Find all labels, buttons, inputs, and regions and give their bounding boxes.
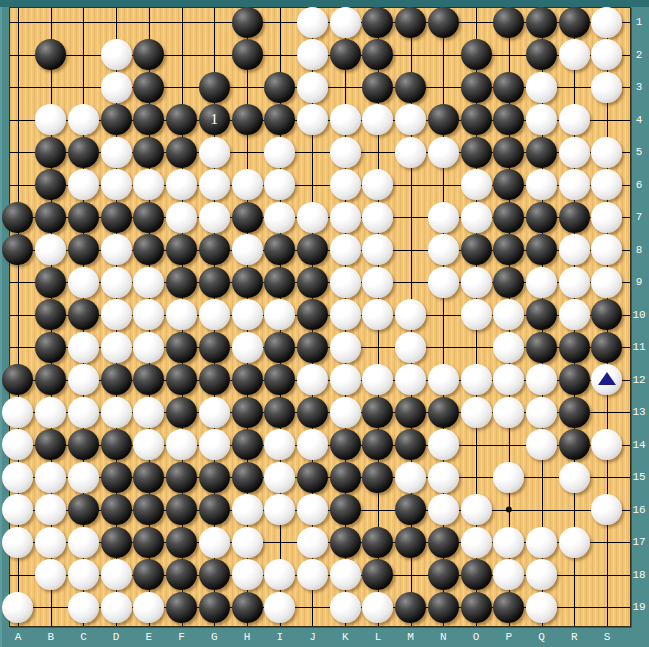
intersection-C2[interactable] bbox=[67, 38, 100, 71]
white-stone-P11[interactable] bbox=[493, 332, 524, 363]
black-stone-A12[interactable] bbox=[2, 364, 33, 395]
intersection-I17[interactable] bbox=[263, 526, 296, 559]
white-stone-D18[interactable] bbox=[101, 559, 132, 590]
black-stone-E5[interactable] bbox=[133, 137, 164, 168]
white-stone-K5[interactable] bbox=[330, 137, 361, 168]
intersection-F11[interactable] bbox=[165, 331, 198, 364]
intersection-P4[interactable] bbox=[492, 103, 525, 136]
white-stone-L7[interactable] bbox=[362, 202, 393, 233]
intersection-C16[interactable] bbox=[67, 493, 100, 526]
white-stone-N9[interactable] bbox=[428, 267, 459, 298]
intersection-H13[interactable] bbox=[231, 396, 264, 429]
intersection-M12[interactable] bbox=[394, 363, 427, 396]
intersection-O2[interactable] bbox=[460, 38, 493, 71]
intersection-Q4[interactable] bbox=[525, 103, 558, 136]
intersection-G14[interactable] bbox=[198, 428, 231, 461]
intersection-H8[interactable] bbox=[231, 233, 264, 266]
intersection-P18[interactable] bbox=[492, 558, 525, 591]
intersection-N9[interactable] bbox=[427, 266, 460, 299]
white-stone-B15[interactable] bbox=[35, 462, 66, 493]
intersection-N6[interactable] bbox=[427, 168, 460, 201]
intersection-D19[interactable] bbox=[100, 591, 133, 624]
intersection-O1[interactable] bbox=[460, 6, 493, 39]
intersection-C5[interactable] bbox=[67, 136, 100, 169]
intersection-L17[interactable] bbox=[362, 526, 395, 559]
intersection-M15[interactable] bbox=[394, 461, 427, 494]
intersection-L10[interactable] bbox=[362, 298, 395, 331]
intersection-I16[interactable] bbox=[263, 493, 296, 526]
white-stone-Q19[interactable] bbox=[526, 592, 557, 623]
intersection-I10[interactable] bbox=[263, 298, 296, 331]
white-stone-O13[interactable] bbox=[461, 397, 492, 428]
intersection-I18[interactable] bbox=[263, 558, 296, 591]
black-stone-G15[interactable] bbox=[199, 462, 230, 493]
white-stone-M4[interactable] bbox=[395, 104, 426, 135]
intersection-E15[interactable] bbox=[132, 461, 165, 494]
intersection-D9[interactable] bbox=[100, 266, 133, 299]
black-stone-D4[interactable] bbox=[101, 104, 132, 135]
intersection-M14[interactable] bbox=[394, 428, 427, 461]
intersection-I9[interactable] bbox=[263, 266, 296, 299]
intersection-C10[interactable] bbox=[67, 298, 100, 331]
black-stone-F19[interactable] bbox=[166, 592, 197, 623]
black-stone-K2[interactable] bbox=[330, 39, 361, 70]
intersection-F9[interactable] bbox=[165, 266, 198, 299]
black-stone-P6[interactable] bbox=[493, 169, 524, 200]
intersection-R10[interactable] bbox=[558, 298, 591, 331]
white-stone-L4[interactable] bbox=[362, 104, 393, 135]
black-stone-P19[interactable] bbox=[493, 592, 524, 623]
intersection-F15[interactable] bbox=[165, 461, 198, 494]
white-stone-S14[interactable] bbox=[591, 429, 622, 460]
white-stone-Q17[interactable] bbox=[526, 527, 557, 558]
white-stone-N5[interactable] bbox=[428, 137, 459, 168]
black-stone-P3[interactable] bbox=[493, 72, 524, 103]
intersection-D5[interactable] bbox=[100, 136, 133, 169]
white-stone-N12[interactable] bbox=[428, 364, 459, 395]
white-stone-D5[interactable] bbox=[101, 137, 132, 168]
black-stone-Q11[interactable] bbox=[526, 332, 557, 363]
intersection-N13[interactable] bbox=[427, 396, 460, 429]
intersection-O9[interactable] bbox=[460, 266, 493, 299]
white-stone-R10[interactable] bbox=[559, 299, 590, 330]
intersection-L11[interactable] bbox=[362, 331, 395, 364]
intersection-Q10[interactable] bbox=[525, 298, 558, 331]
intersection-C8[interactable] bbox=[67, 233, 100, 266]
intersection-E11[interactable] bbox=[132, 331, 165, 364]
white-stone-E11[interactable] bbox=[133, 332, 164, 363]
intersection-E16[interactable] bbox=[132, 493, 165, 526]
intersection-F18[interactable] bbox=[165, 558, 198, 591]
intersection-D11[interactable] bbox=[100, 331, 133, 364]
black-stone-Q7[interactable] bbox=[526, 202, 557, 233]
black-stone-B14[interactable] bbox=[35, 429, 66, 460]
intersection-E19[interactable] bbox=[132, 591, 165, 624]
intersection-H17[interactable] bbox=[231, 526, 264, 559]
intersection-D10[interactable] bbox=[100, 298, 133, 331]
black-stone-M14[interactable] bbox=[395, 429, 426, 460]
white-stone-H18[interactable] bbox=[232, 559, 263, 590]
black-stone-F8[interactable] bbox=[166, 234, 197, 265]
intersection-N15[interactable] bbox=[427, 461, 460, 494]
intersection-H14[interactable] bbox=[231, 428, 264, 461]
intersection-K2[interactable] bbox=[329, 38, 362, 71]
intersection-A14[interactable] bbox=[2, 428, 35, 461]
white-stone-C4[interactable] bbox=[68, 104, 99, 135]
black-stone-Q10[interactable] bbox=[526, 299, 557, 330]
white-stone-R6[interactable] bbox=[559, 169, 590, 200]
black-stone-M16[interactable] bbox=[395, 494, 426, 525]
white-stone-J7[interactable] bbox=[297, 202, 328, 233]
intersection-K15[interactable] bbox=[329, 461, 362, 494]
black-stone-B5[interactable] bbox=[35, 137, 66, 168]
white-stone-S16[interactable] bbox=[591, 494, 622, 525]
intersection-B19[interactable] bbox=[34, 591, 67, 624]
black-stone-D7[interactable] bbox=[101, 202, 132, 233]
intersection-M6[interactable] bbox=[394, 168, 427, 201]
intersection-Q17[interactable] bbox=[525, 526, 558, 559]
intersection-K7[interactable] bbox=[329, 201, 362, 234]
white-stone-C13[interactable] bbox=[68, 397, 99, 428]
intersection-J14[interactable] bbox=[296, 428, 329, 461]
black-stone-K17[interactable] bbox=[330, 527, 361, 558]
white-stone-O10[interactable] bbox=[461, 299, 492, 330]
black-stone-L3[interactable] bbox=[362, 72, 393, 103]
white-stone-I14[interactable] bbox=[264, 429, 295, 460]
black-stone-R1[interactable] bbox=[559, 7, 590, 38]
intersection-E7[interactable] bbox=[132, 201, 165, 234]
intersection-C13[interactable] bbox=[67, 396, 100, 429]
black-stone-F9[interactable] bbox=[166, 267, 197, 298]
black-stone-R7[interactable] bbox=[559, 202, 590, 233]
black-stone-K16[interactable] bbox=[330, 494, 361, 525]
intersection-I8[interactable] bbox=[263, 233, 296, 266]
intersection-K12[interactable] bbox=[329, 363, 362, 396]
white-stone-H10[interactable] bbox=[232, 299, 263, 330]
white-stone-C19[interactable] bbox=[68, 592, 99, 623]
black-stone-O2[interactable] bbox=[461, 39, 492, 70]
intersection-O14[interactable] bbox=[460, 428, 493, 461]
intersection-M18[interactable] bbox=[394, 558, 427, 591]
white-stone-D10[interactable] bbox=[101, 299, 132, 330]
intersection-K6[interactable] bbox=[329, 168, 362, 201]
intersection-R8[interactable] bbox=[558, 233, 591, 266]
black-stone-I4[interactable] bbox=[264, 104, 295, 135]
black-stone-G18[interactable] bbox=[199, 559, 230, 590]
intersection-S19[interactable] bbox=[591, 591, 624, 624]
black-stone-M3[interactable] bbox=[395, 72, 426, 103]
intersection-O3[interactable] bbox=[460, 71, 493, 104]
intersection-L4[interactable] bbox=[362, 103, 395, 136]
intersection-I1[interactable] bbox=[263, 6, 296, 39]
white-stone-I10[interactable] bbox=[264, 299, 295, 330]
black-stone-B10[interactable] bbox=[35, 299, 66, 330]
intersection-K8[interactable] bbox=[329, 233, 362, 266]
black-stone-I9[interactable] bbox=[264, 267, 295, 298]
intersection-L14[interactable] bbox=[362, 428, 395, 461]
intersection-C4[interactable] bbox=[67, 103, 100, 136]
white-stone-S8[interactable] bbox=[591, 234, 622, 265]
white-stone-S2[interactable] bbox=[591, 39, 622, 70]
intersection-A6[interactable] bbox=[2, 168, 35, 201]
intersection-Q19[interactable] bbox=[525, 591, 558, 624]
intersection-N11[interactable] bbox=[427, 331, 460, 364]
intersection-A8[interactable] bbox=[2, 233, 35, 266]
white-stone-P12[interactable] bbox=[493, 364, 524, 395]
white-stone-O6[interactable] bbox=[461, 169, 492, 200]
intersection-A7[interactable] bbox=[2, 201, 35, 234]
white-stone-R8[interactable] bbox=[559, 234, 590, 265]
intersection-H4[interactable] bbox=[231, 103, 264, 136]
intersection-P13[interactable] bbox=[492, 396, 525, 429]
white-stone-S7[interactable] bbox=[591, 202, 622, 233]
white-stone-I19[interactable] bbox=[264, 592, 295, 623]
white-stone-S1[interactable] bbox=[591, 7, 622, 38]
black-stone-E8[interactable] bbox=[133, 234, 164, 265]
white-stone-N14[interactable] bbox=[428, 429, 459, 460]
white-stone-M15[interactable] bbox=[395, 462, 426, 493]
intersection-J16[interactable] bbox=[296, 493, 329, 526]
intersection-K1[interactable] bbox=[329, 6, 362, 39]
intersection-E6[interactable] bbox=[132, 168, 165, 201]
intersection-B12[interactable] bbox=[34, 363, 67, 396]
intersection-E10[interactable] bbox=[132, 298, 165, 331]
white-stone-O12[interactable] bbox=[461, 364, 492, 395]
white-stone-F7[interactable] bbox=[166, 202, 197, 233]
black-stone-N17[interactable] bbox=[428, 527, 459, 558]
black-stone-E12[interactable] bbox=[133, 364, 164, 395]
black-stone-N19[interactable] bbox=[428, 592, 459, 623]
black-stone-A7[interactable] bbox=[2, 202, 33, 233]
intersection-H16[interactable] bbox=[231, 493, 264, 526]
intersection-I4[interactable] bbox=[263, 103, 296, 136]
white-stone-R5[interactable] bbox=[559, 137, 590, 168]
intersection-L12[interactable] bbox=[362, 363, 395, 396]
black-stone-M13[interactable] bbox=[395, 397, 426, 428]
intersection-C6[interactable] bbox=[67, 168, 100, 201]
intersection-M3[interactable] bbox=[394, 71, 427, 104]
white-stone-Q9[interactable] bbox=[526, 267, 557, 298]
intersection-G17[interactable] bbox=[198, 526, 231, 559]
intersection-C3[interactable] bbox=[67, 71, 100, 104]
white-stone-I6[interactable] bbox=[264, 169, 295, 200]
intersection-K17[interactable] bbox=[329, 526, 362, 559]
white-stone-R9[interactable] bbox=[559, 267, 590, 298]
intersection-L19[interactable] bbox=[362, 591, 395, 624]
intersection-K14[interactable] bbox=[329, 428, 362, 461]
intersection-N7[interactable] bbox=[427, 201, 460, 234]
black-stone-Q1[interactable] bbox=[526, 7, 557, 38]
black-stone-E18[interactable] bbox=[133, 559, 164, 590]
white-stone-B4[interactable] bbox=[35, 104, 66, 135]
intersection-A11[interactable] bbox=[2, 331, 35, 364]
black-stone-M19[interactable] bbox=[395, 592, 426, 623]
intersection-P16[interactable] bbox=[492, 493, 525, 526]
black-stone-E16[interactable] bbox=[133, 494, 164, 525]
black-stone-J10[interactable] bbox=[297, 299, 328, 330]
intersection-P12[interactable] bbox=[492, 363, 525, 396]
intersection-D17[interactable] bbox=[100, 526, 133, 559]
intersection-P3[interactable] bbox=[492, 71, 525, 104]
black-stone-N4[interactable] bbox=[428, 104, 459, 135]
intersection-A9[interactable] bbox=[2, 266, 35, 299]
intersection-O8[interactable] bbox=[460, 233, 493, 266]
intersection-I6[interactable] bbox=[263, 168, 296, 201]
intersection-G13[interactable] bbox=[198, 396, 231, 429]
white-stone-J17[interactable] bbox=[297, 527, 328, 558]
white-stone-S5[interactable] bbox=[591, 137, 622, 168]
white-stone-B13[interactable] bbox=[35, 397, 66, 428]
black-stone-H14[interactable] bbox=[232, 429, 263, 460]
black-stone-H1[interactable] bbox=[232, 7, 263, 38]
white-stone-A15[interactable] bbox=[2, 462, 33, 493]
black-stone-C16[interactable] bbox=[68, 494, 99, 525]
black-stone-A8[interactable] bbox=[2, 234, 33, 265]
intersection-G19[interactable] bbox=[198, 591, 231, 624]
black-stone-G19[interactable] bbox=[199, 592, 230, 623]
intersection-I12[interactable] bbox=[263, 363, 296, 396]
intersection-R11[interactable] bbox=[558, 331, 591, 364]
white-stone-M11[interactable] bbox=[395, 332, 426, 363]
intersection-L18[interactable] bbox=[362, 558, 395, 591]
black-stone-L14[interactable] bbox=[362, 429, 393, 460]
black-stone-O4[interactable] bbox=[461, 104, 492, 135]
intersection-Q14[interactable] bbox=[525, 428, 558, 461]
intersection-R17[interactable] bbox=[558, 526, 591, 559]
intersection-P14[interactable] bbox=[492, 428, 525, 461]
intersection-B11[interactable] bbox=[34, 331, 67, 364]
intersection-J9[interactable] bbox=[296, 266, 329, 299]
black-stone-F12[interactable] bbox=[166, 364, 197, 395]
intersection-Q8[interactable] bbox=[525, 233, 558, 266]
white-stone-L9[interactable] bbox=[362, 267, 393, 298]
white-stone-B8[interactable] bbox=[35, 234, 66, 265]
intersection-P6[interactable] bbox=[492, 168, 525, 201]
black-stone-R14[interactable] bbox=[559, 429, 590, 460]
intersection-R15[interactable] bbox=[558, 461, 591, 494]
black-stone-I11[interactable] bbox=[264, 332, 295, 363]
intersection-O12[interactable] bbox=[460, 363, 493, 396]
white-stone-C18[interactable] bbox=[68, 559, 99, 590]
intersection-K16[interactable] bbox=[329, 493, 362, 526]
black-stone-N13[interactable] bbox=[428, 397, 459, 428]
intersection-N16[interactable] bbox=[427, 493, 460, 526]
intersection-E5[interactable] bbox=[132, 136, 165, 169]
intersection-P15[interactable] bbox=[492, 461, 525, 494]
intersection-E18[interactable] bbox=[132, 558, 165, 591]
white-stone-P18[interactable] bbox=[493, 559, 524, 590]
black-stone-C10[interactable] bbox=[68, 299, 99, 330]
intersection-L15[interactable] bbox=[362, 461, 395, 494]
intersection-H6[interactable] bbox=[231, 168, 264, 201]
intersection-I13[interactable] bbox=[263, 396, 296, 429]
white-stone-G13[interactable] bbox=[199, 397, 230, 428]
black-stone-G8[interactable] bbox=[199, 234, 230, 265]
black-stone-L1[interactable] bbox=[362, 7, 393, 38]
intersection-G4[interactable]: 1 bbox=[198, 103, 231, 136]
intersection-K18[interactable] bbox=[329, 558, 362, 591]
intersection-N4[interactable] bbox=[427, 103, 460, 136]
black-stone-D12[interactable] bbox=[101, 364, 132, 395]
black-stone-H13[interactable] bbox=[232, 397, 263, 428]
intersection-H7[interactable] bbox=[231, 201, 264, 234]
white-stone-J3[interactable] bbox=[297, 72, 328, 103]
intersection-L16[interactable] bbox=[362, 493, 395, 526]
black-stone-J11[interactable] bbox=[297, 332, 328, 363]
black-stone-F5[interactable] bbox=[166, 137, 197, 168]
intersection-E2[interactable] bbox=[132, 38, 165, 71]
black-stone-H15[interactable] bbox=[232, 462, 263, 493]
intersection-C17[interactable] bbox=[67, 526, 100, 559]
intersection-Q1[interactable] bbox=[525, 6, 558, 39]
white-stone-K12[interactable] bbox=[330, 364, 361, 395]
intersection-I2[interactable] bbox=[263, 38, 296, 71]
black-stone-I8[interactable] bbox=[264, 234, 295, 265]
white-stone-Q6[interactable] bbox=[526, 169, 557, 200]
intersection-S6[interactable] bbox=[591, 168, 624, 201]
white-stone-R4[interactable] bbox=[559, 104, 590, 135]
black-stone-E3[interactable] bbox=[133, 72, 164, 103]
intersection-A4[interactable] bbox=[2, 103, 35, 136]
intersection-E1[interactable] bbox=[132, 6, 165, 39]
intersection-Q11[interactable] bbox=[525, 331, 558, 364]
intersection-C14[interactable] bbox=[67, 428, 100, 461]
intersection-Q15[interactable] bbox=[525, 461, 558, 494]
black-stone-F17[interactable] bbox=[166, 527, 197, 558]
white-stone-E9[interactable] bbox=[133, 267, 164, 298]
intersection-G11[interactable] bbox=[198, 331, 231, 364]
intersection-S2[interactable] bbox=[591, 38, 624, 71]
white-stone-G6[interactable] bbox=[199, 169, 230, 200]
black-stone-R13[interactable] bbox=[559, 397, 590, 428]
intersection-S10[interactable] bbox=[591, 298, 624, 331]
intersection-A15[interactable] bbox=[2, 461, 35, 494]
intersection-R16[interactable] bbox=[558, 493, 591, 526]
intersection-D1[interactable] bbox=[100, 6, 133, 39]
white-stone-N8[interactable] bbox=[428, 234, 459, 265]
black-stone-H2[interactable] bbox=[232, 39, 263, 70]
black-stone-F18[interactable] bbox=[166, 559, 197, 590]
black-stone-D15[interactable] bbox=[101, 462, 132, 493]
white-stone-Q3[interactable] bbox=[526, 72, 557, 103]
intersection-P11[interactable] bbox=[492, 331, 525, 364]
intersection-F12[interactable] bbox=[165, 363, 198, 396]
white-stone-G17[interactable] bbox=[199, 527, 230, 558]
white-stone-S6[interactable] bbox=[591, 169, 622, 200]
white-stone-K6[interactable] bbox=[330, 169, 361, 200]
white-stone-M10[interactable] bbox=[395, 299, 426, 330]
white-stone-H11[interactable] bbox=[232, 332, 263, 363]
intersection-G10[interactable] bbox=[198, 298, 231, 331]
intersection-Q18[interactable] bbox=[525, 558, 558, 591]
black-stone-C14[interactable] bbox=[68, 429, 99, 460]
black-stone-G16[interactable] bbox=[199, 494, 230, 525]
intersection-G9[interactable] bbox=[198, 266, 231, 299]
intersection-B1[interactable] bbox=[34, 6, 67, 39]
black-stone-K14[interactable] bbox=[330, 429, 361, 460]
intersection-S3[interactable] bbox=[591, 71, 624, 104]
intersection-A10[interactable] bbox=[2, 298, 35, 331]
intersection-F10[interactable] bbox=[165, 298, 198, 331]
intersection-J15[interactable] bbox=[296, 461, 329, 494]
black-stone-B7[interactable] bbox=[35, 202, 66, 233]
white-stone-K8[interactable] bbox=[330, 234, 361, 265]
white-stone-A16[interactable] bbox=[2, 494, 33, 525]
intersection-Q2[interactable] bbox=[525, 38, 558, 71]
black-stone-C8[interactable] bbox=[68, 234, 99, 265]
intersection-M19[interactable] bbox=[394, 591, 427, 624]
intersection-K10[interactable] bbox=[329, 298, 362, 331]
